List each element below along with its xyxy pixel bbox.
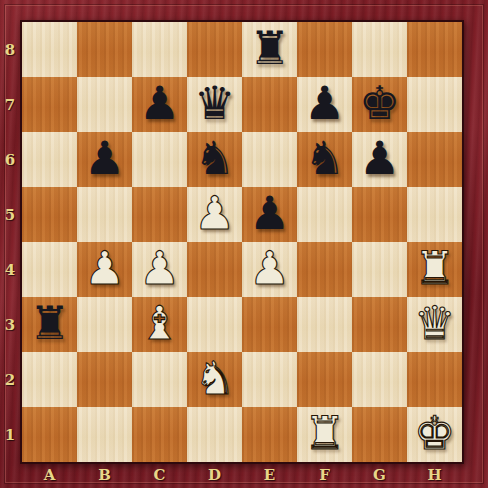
square-h8[interactable]	[407, 22, 462, 77]
square-h6[interactable]	[407, 132, 462, 187]
square-e4[interactable]: ♟	[242, 242, 297, 297]
square-e6[interactable]	[242, 132, 297, 187]
square-h3[interactable]: ♛	[407, 297, 462, 352]
square-a8[interactable]	[22, 22, 77, 77]
square-b6[interactable]: ♟	[77, 132, 132, 187]
square-d2[interactable]: ♞	[187, 352, 242, 407]
file-label-a: A	[22, 464, 77, 486]
rank-label-5: 5	[0, 187, 20, 242]
square-e1[interactable]	[242, 407, 297, 462]
black-pawn-b6[interactable]: ♟	[84, 132, 125, 186]
rank-label-2: 2	[0, 352, 20, 407]
file-label-g: G	[352, 464, 407, 486]
square-g5[interactable]	[352, 187, 407, 242]
white-king-h1[interactable]: ♚	[414, 407, 455, 461]
square-b2[interactable]	[77, 352, 132, 407]
white-rook-h4[interactable]: ♜	[414, 242, 455, 296]
chess-board: ♜♟♛♟♚♟♞♞♟♟♟♟♟♟♜♜♝♛♞♜♚	[20, 20, 464, 464]
black-rook-e8[interactable]: ♜	[249, 22, 290, 76]
black-pawn-e5[interactable]: ♟	[249, 187, 290, 241]
square-b5[interactable]	[77, 187, 132, 242]
square-d1[interactable]	[187, 407, 242, 462]
square-e8[interactable]: ♜	[242, 22, 297, 77]
square-g2[interactable]	[352, 352, 407, 407]
square-d4[interactable]	[187, 242, 242, 297]
square-b1[interactable]	[77, 407, 132, 462]
square-c7[interactable]: ♟	[132, 77, 187, 132]
white-queen-h3[interactable]: ♛	[414, 297, 455, 351]
square-f1[interactable]: ♜	[297, 407, 352, 462]
square-a5[interactable]	[22, 187, 77, 242]
square-g7[interactable]: ♚	[352, 77, 407, 132]
square-a6[interactable]	[22, 132, 77, 187]
square-a7[interactable]	[22, 77, 77, 132]
chess-app-window: ♜♟♛♟♚♟♞♞♟♟♟♟♟♟♜♜♝♛♞♜♚ 87654321 ABCDEFGH	[0, 0, 488, 488]
square-h2[interactable]	[407, 352, 462, 407]
square-c4[interactable]: ♟	[132, 242, 187, 297]
rank-labels: 87654321	[0, 22, 20, 462]
black-queen-d7[interactable]: ♛	[194, 77, 235, 131]
white-pawn-b4[interactable]: ♟	[84, 242, 125, 296]
square-g8[interactable]	[352, 22, 407, 77]
square-a2[interactable]	[22, 352, 77, 407]
rank-label-7: 7	[0, 77, 20, 132]
square-d5[interactable]: ♟	[187, 187, 242, 242]
black-pawn-f7[interactable]: ♟	[304, 77, 345, 131]
square-c5[interactable]	[132, 187, 187, 242]
file-label-b: B	[77, 464, 132, 486]
square-f7[interactable]: ♟	[297, 77, 352, 132]
square-c3[interactable]: ♝	[132, 297, 187, 352]
rank-label-4: 4	[0, 242, 20, 297]
square-c8[interactable]	[132, 22, 187, 77]
square-g6[interactable]: ♟	[352, 132, 407, 187]
square-f2[interactable]	[297, 352, 352, 407]
black-pawn-c7[interactable]: ♟	[139, 77, 180, 131]
rank-label-3: 3	[0, 297, 20, 352]
file-label-f: F	[297, 464, 352, 486]
file-label-e: E	[242, 464, 297, 486]
square-d8[interactable]	[187, 22, 242, 77]
black-knight-d6[interactable]: ♞	[194, 132, 235, 186]
square-b7[interactable]	[77, 77, 132, 132]
square-h1[interactable]: ♚	[407, 407, 462, 462]
white-bishop-c3[interactable]: ♝	[139, 297, 180, 351]
rank-label-6: 6	[0, 132, 20, 187]
square-g1[interactable]	[352, 407, 407, 462]
square-h7[interactable]	[407, 77, 462, 132]
square-h4[interactable]: ♜	[407, 242, 462, 297]
square-f3[interactable]	[297, 297, 352, 352]
square-d3[interactable]	[187, 297, 242, 352]
square-f8[interactable]	[297, 22, 352, 77]
file-label-h: H	[407, 464, 462, 486]
square-e7[interactable]	[242, 77, 297, 132]
square-g4[interactable]	[352, 242, 407, 297]
square-f4[interactable]	[297, 242, 352, 297]
square-e5[interactable]: ♟	[242, 187, 297, 242]
white-rook-f1[interactable]: ♜	[304, 407, 345, 461]
white-pawn-c4[interactable]: ♟	[139, 242, 180, 296]
white-knight-d2[interactable]: ♞	[194, 352, 235, 406]
black-pawn-g6[interactable]: ♟	[359, 132, 400, 186]
square-b3[interactable]	[77, 297, 132, 352]
square-e3[interactable]	[242, 297, 297, 352]
square-a3[interactable]: ♜	[22, 297, 77, 352]
square-a4[interactable]	[22, 242, 77, 297]
square-c1[interactable]	[132, 407, 187, 462]
square-f5[interactable]	[297, 187, 352, 242]
black-rook-a3[interactable]: ♜	[29, 297, 70, 351]
square-f6[interactable]: ♞	[297, 132, 352, 187]
rank-label-1: 1	[0, 407, 20, 462]
square-b4[interactable]: ♟	[77, 242, 132, 297]
square-h5[interactable]	[407, 187, 462, 242]
file-label-c: C	[132, 464, 187, 486]
rank-label-8: 8	[0, 22, 20, 77]
square-e2[interactable]	[242, 352, 297, 407]
square-d7[interactable]: ♛	[187, 77, 242, 132]
white-pawn-e4[interactable]: ♟	[249, 242, 290, 296]
black-knight-f6[interactable]: ♞	[304, 132, 345, 186]
square-a1[interactable]	[22, 407, 77, 462]
white-pawn-d5[interactable]: ♟	[194, 187, 235, 241]
black-king-g7[interactable]: ♚	[359, 77, 400, 131]
square-b8[interactable]	[77, 22, 132, 77]
file-label-d: D	[187, 464, 242, 486]
square-d6[interactable]: ♞	[187, 132, 242, 187]
square-c6[interactable]	[132, 132, 187, 187]
file-labels: ABCDEFGH	[22, 464, 462, 486]
square-c2[interactable]	[132, 352, 187, 407]
square-g3[interactable]	[352, 297, 407, 352]
